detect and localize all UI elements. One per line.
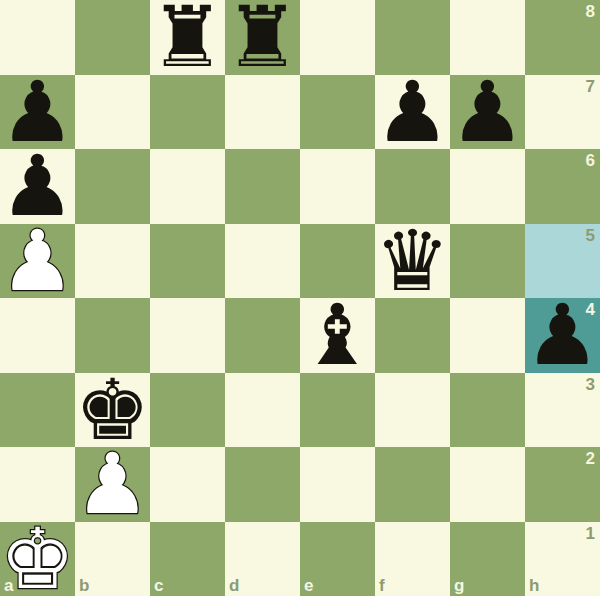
square-f3[interactable]	[375, 373, 450, 448]
square-f5[interactable]: ♛	[375, 224, 450, 299]
square-d8[interactable]: ♜	[225, 0, 300, 75]
piece-black-bishop[interactable]: ♝	[300, 298, 375, 373]
square-f2[interactable]	[375, 447, 450, 522]
piece-white-pawn[interactable]: ♟	[75, 447, 150, 522]
square-h6[interactable]: 6	[525, 149, 600, 224]
square-e4[interactable]: ♝	[300, 298, 375, 373]
square-f7[interactable]: ♟	[375, 75, 450, 150]
square-a4[interactable]	[0, 298, 75, 373]
square-c3[interactable]	[150, 373, 225, 448]
square-f1[interactable]: f	[375, 522, 450, 596]
square-e2[interactable]	[300, 447, 375, 522]
square-b5[interactable]	[75, 224, 150, 299]
rank-label-3: 3	[586, 376, 595, 393]
rank-label-7: 7	[586, 78, 595, 95]
square-c5[interactable]	[150, 224, 225, 299]
square-f4[interactable]	[375, 298, 450, 373]
square-b2[interactable]: ♟	[75, 447, 150, 522]
square-g5[interactable]	[450, 224, 525, 299]
rank-label-1: 1	[586, 525, 595, 542]
piece-black-rook[interactable]: ♜	[225, 0, 300, 75]
square-e7[interactable]	[300, 75, 375, 150]
piece-black-queen[interactable]: ♛	[375, 224, 450, 299]
piece-black-pawn[interactable]: ♟	[450, 75, 525, 150]
rank-label-8: 8	[586, 3, 595, 20]
square-g3[interactable]	[450, 373, 525, 448]
piece-white-pawn[interactable]: ♟	[0, 224, 75, 299]
square-d6[interactable]	[225, 149, 300, 224]
square-h7[interactable]: 7	[525, 75, 600, 150]
square-g4[interactable]	[450, 298, 525, 373]
chess-board: ♜♜8♟♟♟7♟6♟♛5♝♟4♚3♟2♚abcdefg1h	[0, 0, 600, 596]
file-label-g: g	[454, 577, 464, 594]
square-h3[interactable]: 3	[525, 373, 600, 448]
square-a1[interactable]: ♚a	[0, 522, 75, 596]
file-label-a: a	[4, 577, 13, 594]
square-e1[interactable]: e	[300, 522, 375, 596]
piece-black-rook[interactable]: ♜	[150, 0, 225, 75]
square-d5[interactable]	[225, 224, 300, 299]
square-b1[interactable]: b	[75, 522, 150, 596]
rank-label-5: 5	[586, 227, 595, 244]
square-b6[interactable]	[75, 149, 150, 224]
file-label-f: f	[379, 577, 385, 594]
square-b7[interactable]	[75, 75, 150, 150]
file-label-c: c	[154, 577, 163, 594]
square-h2[interactable]: 2	[525, 447, 600, 522]
square-a5[interactable]: ♟	[0, 224, 75, 299]
square-c7[interactable]	[150, 75, 225, 150]
square-c8[interactable]: ♜	[150, 0, 225, 75]
file-label-b: b	[79, 577, 89, 594]
square-h4[interactable]: ♟4	[525, 298, 600, 373]
square-h1[interactable]: 1h	[525, 522, 600, 596]
rank-label-6: 6	[586, 152, 595, 169]
square-d7[interactable]	[225, 75, 300, 150]
file-label-d: d	[229, 577, 239, 594]
square-c1[interactable]: c	[150, 522, 225, 596]
rank-label-2: 2	[586, 450, 595, 467]
square-c6[interactable]	[150, 149, 225, 224]
square-g6[interactable]	[450, 149, 525, 224]
square-g7[interactable]: ♟	[450, 75, 525, 150]
square-b8[interactable]	[75, 0, 150, 75]
square-e6[interactable]	[300, 149, 375, 224]
rank-label-4: 4	[586, 301, 595, 318]
square-h8[interactable]: 8	[525, 0, 600, 75]
square-d3[interactable]	[225, 373, 300, 448]
chess-app: ♜♜8♟♟♟7♟6♟♛5♝♟4♚3♟2♚abcdefg1h	[0, 0, 600, 596]
square-e3[interactable]	[300, 373, 375, 448]
square-a3[interactable]	[0, 373, 75, 448]
square-c2[interactable]	[150, 447, 225, 522]
square-e8[interactable]	[300, 0, 375, 75]
file-label-e: e	[304, 577, 313, 594]
square-c4[interactable]	[150, 298, 225, 373]
piece-black-pawn[interactable]: ♟	[375, 75, 450, 150]
square-d4[interactable]	[225, 298, 300, 373]
square-g1[interactable]: g	[450, 522, 525, 596]
square-g2[interactable]	[450, 447, 525, 522]
square-d2[interactable]	[225, 447, 300, 522]
square-d1[interactable]: d	[225, 522, 300, 596]
file-label-h: h	[529, 577, 539, 594]
